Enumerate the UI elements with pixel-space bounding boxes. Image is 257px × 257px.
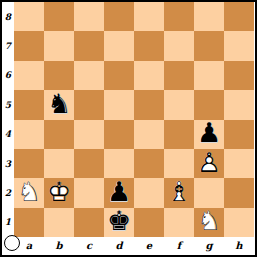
square-g5[interactable]	[194, 90, 224, 119]
file-label-e: e	[134, 237, 164, 254]
rank-labels: 87654321	[2, 2, 14, 237]
square-c8[interactable]	[74, 2, 104, 31]
square-d7[interactable]	[104, 31, 134, 60]
square-d6[interactable]	[104, 61, 134, 90]
file-label-h: h	[224, 237, 254, 254]
square-h3[interactable]	[224, 149, 254, 178]
square-a7[interactable]	[14, 31, 44, 60]
rank-label-3: 3	[2, 149, 14, 178]
square-c6[interactable]	[74, 61, 104, 90]
square-b7[interactable]	[44, 31, 74, 60]
square-a2[interactable]: ♞♘	[14, 178, 44, 207]
rank-label-6: 6	[2, 61, 14, 90]
square-f2[interactable]: ♝♗	[164, 178, 194, 207]
square-h4[interactable]	[224, 120, 254, 149]
square-c2[interactable]	[74, 178, 104, 207]
file-label-b: b	[44, 237, 74, 254]
square-g2[interactable]	[194, 178, 224, 207]
diagram-inner: 87654321 ♞♟♟♙♞♘♚♔♟♝♗♚♞♘ abcdefgh	[2, 2, 255, 255]
square-h1[interactable]	[224, 208, 254, 237]
board: ♞♟♟♙♞♘♚♔♟♝♗♚♞♘	[14, 2, 254, 237]
square-h6[interactable]	[224, 61, 254, 90]
square-d2[interactable]: ♟	[104, 178, 134, 207]
chess-diagram: 87654321 ♞♟♟♙♞♘♚♔♟♝♗♚♞♘ abcdefgh	[0, 0, 257, 257]
square-c7[interactable]	[74, 31, 104, 60]
square-d3[interactable]	[104, 149, 134, 178]
black-pawn: ♟	[104, 178, 134, 207]
square-a4[interactable]	[14, 120, 44, 149]
square-g1[interactable]: ♞♘	[194, 208, 224, 237]
black-king: ♚	[104, 208, 134, 237]
square-e1[interactable]	[134, 208, 164, 237]
square-e4[interactable]	[134, 120, 164, 149]
square-d8[interactable]	[104, 2, 134, 31]
square-f1[interactable]	[164, 208, 194, 237]
square-f4[interactable]	[164, 120, 194, 149]
square-a3[interactable]	[14, 149, 44, 178]
square-a8[interactable]	[14, 2, 44, 31]
square-e7[interactable]	[134, 31, 164, 60]
black-pawn: ♟	[194, 120, 224, 149]
file-label-c: c	[74, 237, 104, 254]
square-e3[interactable]	[134, 149, 164, 178]
square-f7[interactable]	[164, 31, 194, 60]
square-h5[interactable]	[224, 90, 254, 119]
white-pawn: ♟♙	[194, 149, 224, 178]
square-a6[interactable]	[14, 61, 44, 90]
square-b2[interactable]: ♚♔	[44, 178, 74, 207]
square-b4[interactable]	[44, 120, 74, 149]
file-label-d: d	[104, 237, 134, 254]
file-label-g: g	[194, 237, 224, 254]
rank-label-5: 5	[2, 90, 14, 119]
square-h8[interactable]	[224, 2, 254, 31]
square-c4[interactable]	[74, 120, 104, 149]
square-d4[interactable]	[104, 120, 134, 149]
square-g8[interactable]	[194, 2, 224, 31]
square-c1[interactable]	[74, 208, 104, 237]
square-f5[interactable]	[164, 90, 194, 119]
square-g7[interactable]	[194, 31, 224, 60]
square-b3[interactable]	[44, 149, 74, 178]
rank-label-7: 7	[2, 31, 14, 60]
white-bishop: ♝♗	[164, 178, 194, 207]
square-b1[interactable]	[44, 208, 74, 237]
square-e8[interactable]	[134, 2, 164, 31]
white-king: ♚♔	[44, 178, 74, 207]
square-c3[interactable]	[74, 149, 104, 178]
square-e2[interactable]	[134, 178, 164, 207]
square-g3[interactable]: ♟♙	[194, 149, 224, 178]
rank-label-1: 1	[2, 208, 14, 237]
square-b8[interactable]	[44, 2, 74, 31]
file-label-f: f	[164, 237, 194, 254]
square-a1[interactable]	[14, 208, 44, 237]
rank-label-4: 4	[2, 120, 14, 149]
square-g6[interactable]	[194, 61, 224, 90]
white-knight: ♞♘	[194, 208, 224, 237]
rank-label-2: 2	[2, 178, 14, 207]
rank-label-8: 8	[2, 2, 14, 31]
square-h7[interactable]	[224, 31, 254, 60]
square-d5[interactable]	[104, 90, 134, 119]
white-to-move-indicator	[4, 235, 20, 251]
square-h2[interactable]	[224, 178, 254, 207]
square-a5[interactable]	[14, 90, 44, 119]
white-knight: ♞♘	[14, 178, 44, 207]
square-d1[interactable]: ♚	[104, 208, 134, 237]
square-b5[interactable]: ♞	[44, 90, 74, 119]
square-c5[interactable]	[74, 90, 104, 119]
square-f6[interactable]	[164, 61, 194, 90]
square-b6[interactable]	[44, 61, 74, 90]
black-knight: ♞	[44, 90, 74, 119]
file-labels: abcdefgh	[14, 237, 254, 254]
square-e6[interactable]	[134, 61, 164, 90]
square-g4[interactable]: ♟	[194, 120, 224, 149]
square-e5[interactable]	[134, 90, 164, 119]
square-f8[interactable]	[164, 2, 194, 31]
square-f3[interactable]	[164, 149, 194, 178]
